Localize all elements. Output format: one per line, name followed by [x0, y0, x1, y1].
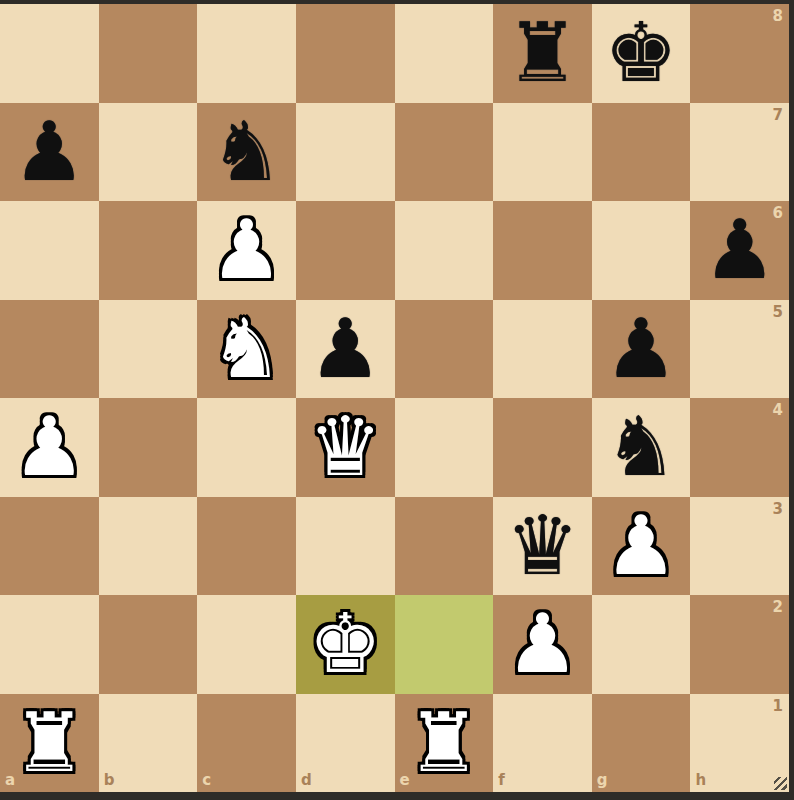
square-d7[interactable] — [296, 103, 395, 202]
file-label-h: h — [695, 771, 706, 789]
square-g1[interactable]: g — [592, 694, 691, 793]
chess-board: ♜♚8♟♞7♟6♟♞♟♟5♟♛♞4♛♟3♚♟2a♜bcde♜fg1h — [0, 4, 789, 792]
file-label-c: c — [202, 771, 211, 789]
square-f1[interactable]: f — [493, 694, 592, 793]
black-pawn[interactable]: ♟ — [690, 201, 789, 300]
square-g4[interactable]: ♞ — [592, 398, 691, 497]
black-pawn[interactable]: ♟ — [296, 300, 395, 399]
square-b3[interactable] — [99, 497, 198, 596]
square-e2[interactable] — [395, 595, 494, 694]
square-c5[interactable]: ♞ — [197, 300, 296, 399]
resize-grip-icon[interactable] — [774, 777, 787, 790]
file-label-d: d — [301, 771, 312, 789]
square-d4[interactable]: ♛ — [296, 398, 395, 497]
square-g5[interactable]: ♟ — [592, 300, 691, 399]
square-f5[interactable] — [493, 300, 592, 399]
rank-label-8: 8 — [773, 7, 783, 25]
square-g6[interactable] — [592, 201, 691, 300]
square-h5[interactable]: 5 — [690, 300, 789, 399]
black-rook[interactable]: ♜ — [493, 4, 592, 103]
square-e1[interactable]: e♜ — [395, 694, 494, 793]
square-a3[interactable] — [0, 497, 99, 596]
white-rook[interactable]: ♜ — [395, 694, 494, 793]
square-g3[interactable]: ♟ — [592, 497, 691, 596]
square-e8[interactable] — [395, 4, 494, 103]
black-pawn[interactable]: ♟ — [592, 300, 691, 399]
square-h2[interactable]: 2 — [690, 595, 789, 694]
square-e3[interactable] — [395, 497, 494, 596]
white-pawn[interactable]: ♟ — [0, 398, 99, 497]
square-b7[interactable] — [99, 103, 198, 202]
square-d5[interactable]: ♟ — [296, 300, 395, 399]
black-knight[interactable]: ♞ — [592, 398, 691, 497]
square-f7[interactable] — [493, 103, 592, 202]
square-d3[interactable] — [296, 497, 395, 596]
square-b4[interactable] — [99, 398, 198, 497]
square-c4[interactable] — [197, 398, 296, 497]
square-g2[interactable] — [592, 595, 691, 694]
black-queen[interactable]: ♛ — [493, 497, 592, 596]
square-h6[interactable]: 6♟ — [690, 201, 789, 300]
square-b8[interactable] — [99, 4, 198, 103]
rank-label-5: 5 — [773, 303, 783, 321]
black-knight[interactable]: ♞ — [197, 103, 296, 202]
file-label-b: b — [104, 771, 115, 789]
square-b5[interactable] — [99, 300, 198, 399]
square-f4[interactable] — [493, 398, 592, 497]
square-g7[interactable] — [592, 103, 691, 202]
square-d6[interactable] — [296, 201, 395, 300]
rank-label-4: 4 — [773, 401, 783, 419]
square-h4[interactable]: 4 — [690, 398, 789, 497]
white-king[interactable]: ♚ — [296, 595, 395, 694]
square-c7[interactable]: ♞ — [197, 103, 296, 202]
square-a8[interactable] — [0, 4, 99, 103]
rank-label-3: 3 — [773, 500, 783, 518]
square-e6[interactable] — [395, 201, 494, 300]
black-king[interactable]: ♚ — [592, 4, 691, 103]
square-b2[interactable] — [99, 595, 198, 694]
square-f2[interactable]: ♟ — [493, 595, 592, 694]
square-h8[interactable]: 8 — [690, 4, 789, 103]
square-e4[interactable] — [395, 398, 494, 497]
square-b1[interactable]: b — [99, 694, 198, 793]
square-c8[interactable] — [197, 4, 296, 103]
chess-app-window: ♜♚8♟♞7♟6♟♞♟♟5♟♛♞4♛♟3♚♟2a♜bcde♜fg1h — [0, 0, 794, 800]
square-c6[interactable]: ♟ — [197, 201, 296, 300]
square-h7[interactable]: 7 — [690, 103, 789, 202]
rank-label-2: 2 — [773, 598, 783, 616]
square-a7[interactable]: ♟ — [0, 103, 99, 202]
white-pawn[interactable]: ♟ — [493, 595, 592, 694]
file-label-g: g — [597, 771, 608, 789]
square-b6[interactable] — [99, 201, 198, 300]
square-c2[interactable] — [197, 595, 296, 694]
square-c1[interactable]: c — [197, 694, 296, 793]
square-f8[interactable]: ♜ — [493, 4, 592, 103]
square-g8[interactable]: ♚ — [592, 4, 691, 103]
black-pawn[interactable]: ♟ — [0, 103, 99, 202]
rank-label-7: 7 — [773, 106, 783, 124]
square-d8[interactable] — [296, 4, 395, 103]
file-label-f: f — [498, 771, 505, 789]
white-pawn[interactable]: ♟ — [592, 497, 691, 596]
square-a5[interactable] — [0, 300, 99, 399]
square-a2[interactable] — [0, 595, 99, 694]
square-e7[interactable] — [395, 103, 494, 202]
rank-label-1: 1 — [773, 697, 783, 715]
square-h1[interactable]: 1h — [690, 694, 789, 793]
white-knight[interactable]: ♞ — [197, 300, 296, 399]
white-queen[interactable]: ♛ — [296, 398, 395, 497]
square-f3[interactable]: ♛ — [493, 497, 592, 596]
white-rook[interactable]: ♜ — [0, 694, 99, 793]
square-d1[interactable]: d — [296, 694, 395, 793]
square-a6[interactable] — [0, 201, 99, 300]
square-e5[interactable] — [395, 300, 494, 399]
white-pawn[interactable]: ♟ — [197, 201, 296, 300]
square-a1[interactable]: a♜ — [0, 694, 99, 793]
square-d2[interactable]: ♚ — [296, 595, 395, 694]
square-c3[interactable] — [197, 497, 296, 596]
square-f6[interactable] — [493, 201, 592, 300]
square-a4[interactable]: ♟ — [0, 398, 99, 497]
square-h3[interactable]: 3 — [690, 497, 789, 596]
